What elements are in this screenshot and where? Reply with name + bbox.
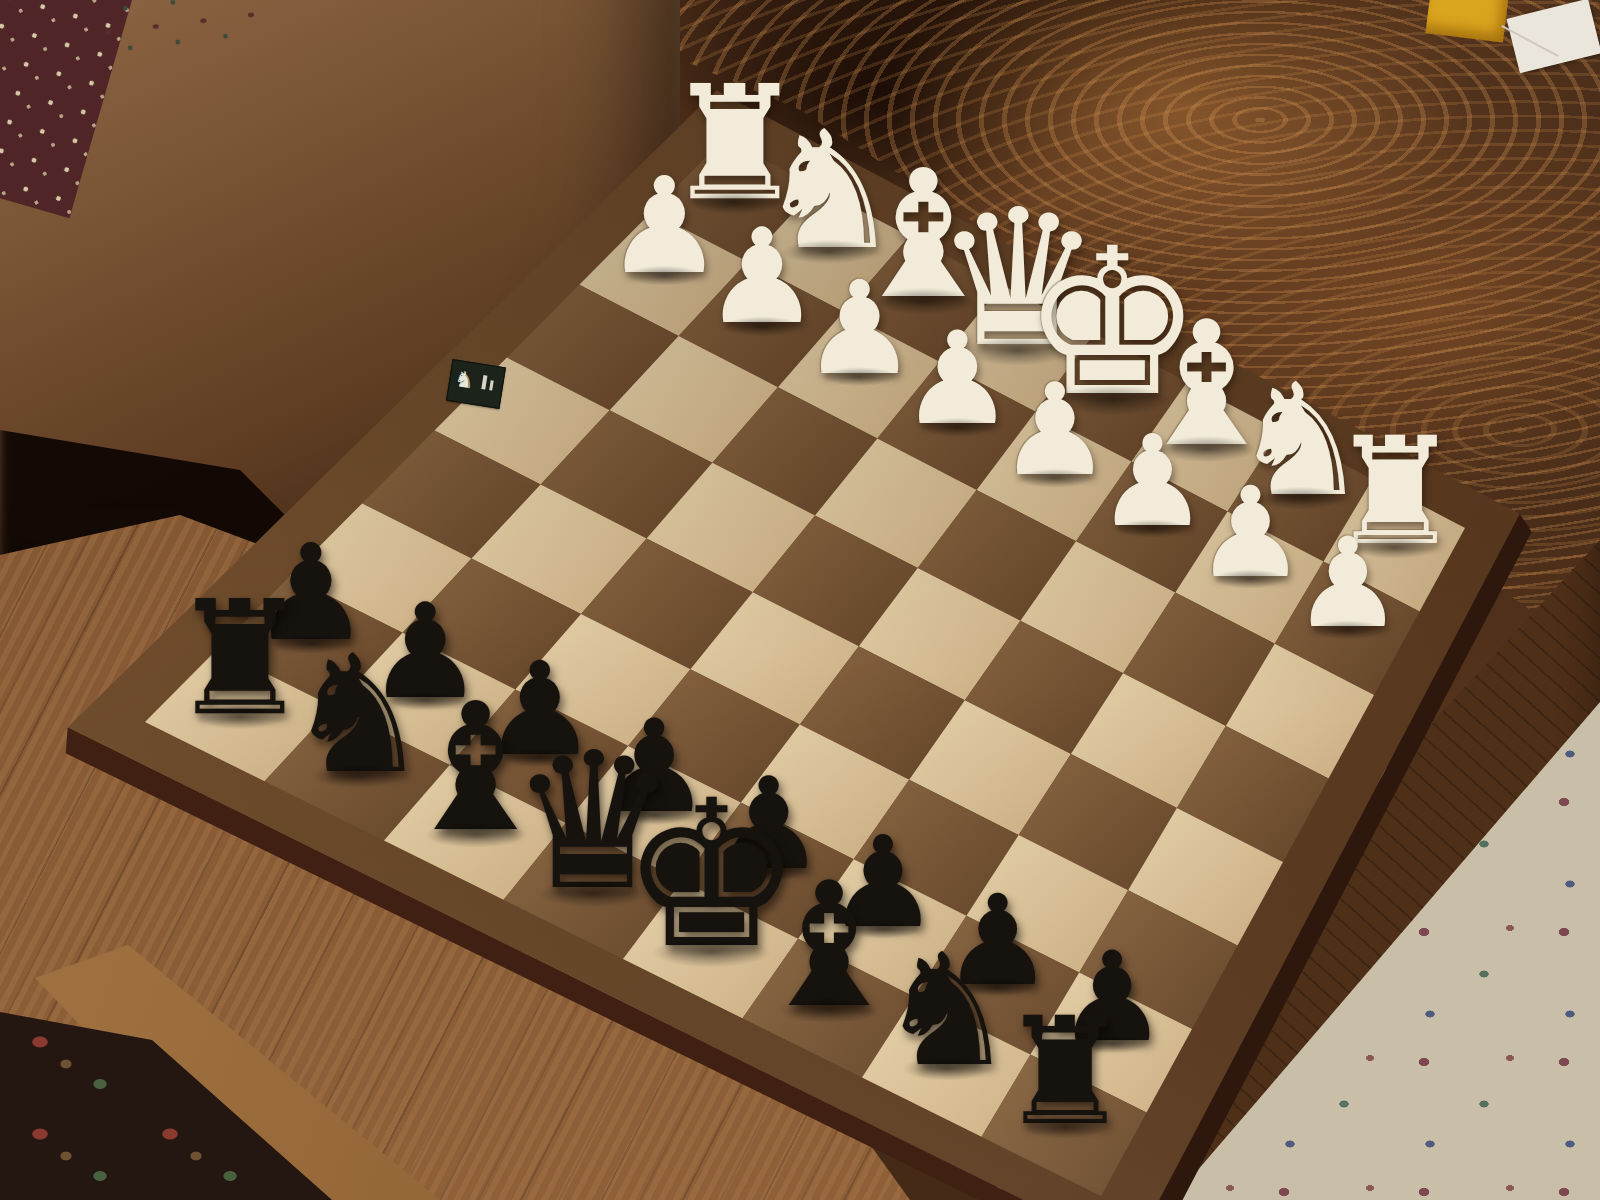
label-mark <box>481 375 487 389</box>
photo-scene: ♜♞♝♛♚♝♞♜♟♟♟♟♟♟♟♟♟♟♟♟♟♟♟♟♜♞♝♛♚♝♞♜ ♞ <box>0 0 1600 1200</box>
maker-label: ♞ <box>446 359 506 409</box>
knight-icon: ♞ <box>453 368 476 393</box>
label-mark <box>489 380 494 390</box>
